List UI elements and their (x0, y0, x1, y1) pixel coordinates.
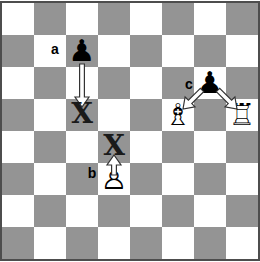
square-e1 (130, 227, 162, 259)
square-f6 (162, 67, 194, 99)
white-bishop-f5: ♗ (162, 99, 194, 131)
square-c4 (66, 131, 98, 163)
black-pawn-g6: ♟ (194, 67, 226, 99)
square-e8 (130, 3, 162, 35)
square-f2 (162, 195, 194, 227)
square-e3 (130, 163, 162, 195)
square-g2 (194, 195, 226, 227)
square-c1 (66, 227, 98, 259)
square-b7 (34, 35, 66, 67)
square-g5 (194, 99, 226, 131)
white-rook-h5: ♖ (226, 99, 258, 131)
chessboard: ♟♟♗♖♙ (2, 3, 258, 259)
square-f8 (162, 3, 194, 35)
square-h5: ♖ (226, 99, 258, 131)
square-h7 (226, 35, 258, 67)
square-b4 (34, 131, 66, 163)
square-a7 (2, 35, 34, 67)
square-d1 (98, 227, 130, 259)
square-b1 (34, 227, 66, 259)
square-d6 (98, 67, 130, 99)
square-h3 (226, 163, 258, 195)
square-d4 (98, 131, 130, 163)
chessboard-frame: ♟♟♗♖♙ XXabc (0, 1, 260, 261)
square-e5 (130, 99, 162, 131)
square-h6 (226, 67, 258, 99)
square-c7: ♟ (66, 35, 98, 67)
square-d7 (98, 35, 130, 67)
square-f3 (162, 163, 194, 195)
square-c5 (66, 99, 98, 131)
square-f4 (162, 131, 194, 163)
square-b6 (34, 67, 66, 99)
square-g7 (194, 35, 226, 67)
square-d8 (98, 3, 130, 35)
square-b3 (34, 163, 66, 195)
square-a2 (2, 195, 34, 227)
square-g4 (194, 131, 226, 163)
square-c8 (66, 3, 98, 35)
square-g8 (194, 3, 226, 35)
square-f5: ♗ (162, 99, 194, 131)
square-e7 (130, 35, 162, 67)
square-a3 (2, 163, 34, 195)
square-b8 (34, 3, 66, 35)
square-d3: ♙ (98, 163, 130, 195)
square-e6 (130, 67, 162, 99)
square-c2 (66, 195, 98, 227)
square-d5 (98, 99, 130, 131)
square-e4 (130, 131, 162, 163)
square-f1 (162, 227, 194, 259)
white-pawn-d3: ♙ (98, 163, 130, 195)
black-pawn-c7: ♟ (66, 35, 98, 67)
square-a4 (2, 131, 34, 163)
square-f7 (162, 35, 194, 67)
square-a1 (2, 227, 34, 259)
square-h8 (226, 3, 258, 35)
square-g1 (194, 227, 226, 259)
square-g6: ♟ (194, 67, 226, 99)
square-a5 (2, 99, 34, 131)
square-e2 (130, 195, 162, 227)
square-g3 (194, 163, 226, 195)
square-c3 (66, 163, 98, 195)
square-a8 (2, 3, 34, 35)
square-b5 (34, 99, 66, 131)
square-d2 (98, 195, 130, 227)
square-b2 (34, 195, 66, 227)
square-h4 (226, 131, 258, 163)
square-h2 (226, 195, 258, 227)
square-a6 (2, 67, 34, 99)
square-h1 (226, 227, 258, 259)
square-c6 (66, 67, 98, 99)
